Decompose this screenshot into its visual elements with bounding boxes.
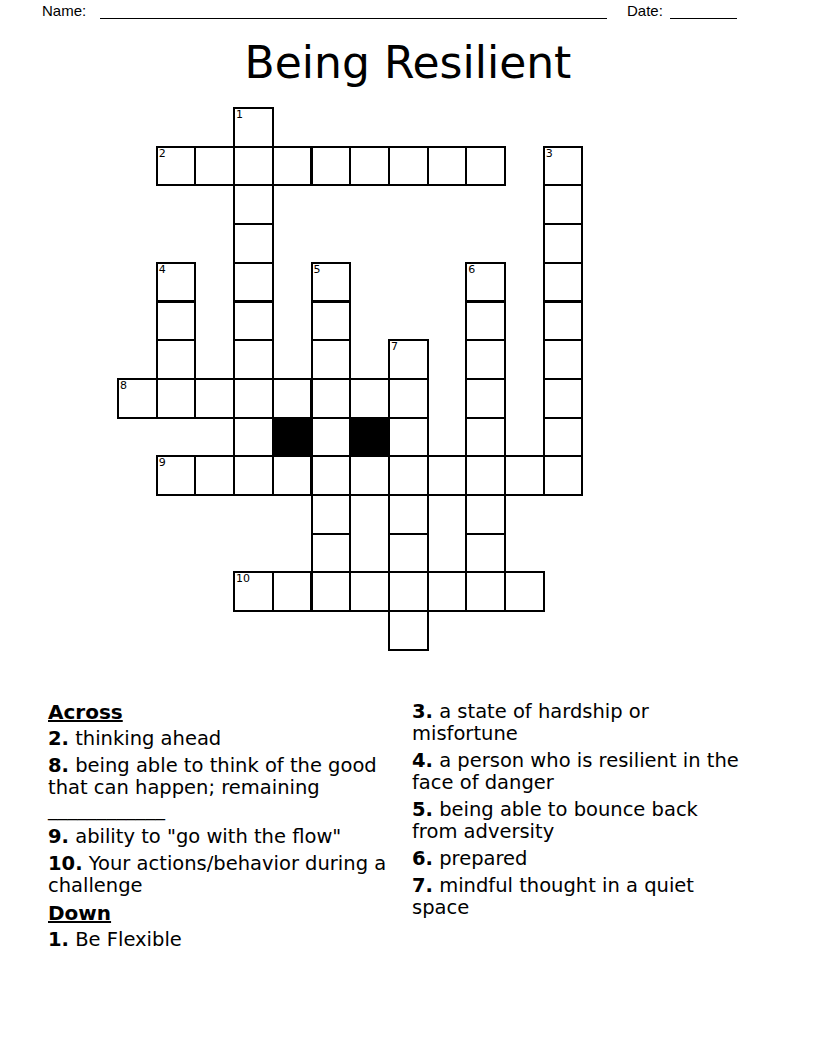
clue-number: 3. <box>412 700 433 723</box>
clue-item: 10. Your actions/behavior during a chall… <box>48 853 400 897</box>
grid-clue-number: 3 <box>546 148 553 160</box>
answer-cell[interactable] <box>388 417 429 458</box>
down-heading: Down <box>48 902 400 924</box>
clue-number: 7. <box>412 874 433 897</box>
answer-cell[interactable]: 9 <box>156 455 197 496</box>
answer-cell[interactable]: 7 <box>388 339 429 380</box>
clue-number: 4. <box>412 749 433 772</box>
answer-cell[interactable] <box>233 339 274 380</box>
answer-cell[interactable] <box>465 494 506 535</box>
date-label: Date: <box>627 2 663 19</box>
answer-cell[interactable] <box>311 378 352 419</box>
answer-cell[interactable] <box>233 455 274 496</box>
clue-number: 10. <box>48 852 83 875</box>
answer-cell[interactable] <box>388 610 429 651</box>
name-line[interactable] <box>100 18 607 19</box>
answer-cell[interactable]: 6 <box>465 262 506 303</box>
name-label: Name: <box>42 2 86 19</box>
answer-cell[interactable] <box>543 339 584 380</box>
answer-cell[interactable] <box>311 301 352 342</box>
answer-cell[interactable]: 10 <box>233 571 274 612</box>
clue-item: 8. being able to think of the good that … <box>48 755 400 821</box>
answer-cell[interactable] <box>156 339 197 380</box>
answer-cell[interactable] <box>311 417 352 458</box>
clue-item: 6. prepared <box>412 848 746 870</box>
grid-clue-number: 7 <box>391 341 398 353</box>
answer-cell[interactable]: 8 <box>117 378 158 419</box>
answer-cell[interactable] <box>311 339 352 380</box>
answer-cell[interactable] <box>194 146 235 187</box>
answer-cell[interactable] <box>311 494 352 535</box>
grid-clue-number: 2 <box>159 148 166 160</box>
answer-cell[interactable] <box>465 533 506 574</box>
clue-item: 4. a person who is resilient in the face… <box>412 750 746 794</box>
answer-cell[interactable] <box>156 301 197 342</box>
answer-cell[interactable] <box>194 378 235 419</box>
answer-cell[interactable] <box>427 455 468 496</box>
clue-item: 7. mindful thought in a quiet space <box>412 875 746 919</box>
answer-cell[interactable] <box>543 184 584 225</box>
answer-cell[interactable] <box>427 571 468 612</box>
answer-cell[interactable] <box>543 455 584 496</box>
answer-cell[interactable] <box>233 223 274 264</box>
answer-cell[interactable] <box>349 378 390 419</box>
clue-number: 1. <box>48 928 69 951</box>
clue-item: 1. Be Flexible <box>48 929 400 951</box>
answer-cell[interactable] <box>465 301 506 342</box>
answer-cell[interactable]: 4 <box>156 262 197 303</box>
answer-cell[interactable]: 1 <box>233 107 274 148</box>
grid-clue-number: 9 <box>159 457 166 469</box>
clue-number: 2. <box>48 727 69 750</box>
clues-left-column: Across2. thinking ahead8. being able to … <box>48 701 400 956</box>
black-cell <box>349 417 390 458</box>
grid-clue-number: 4 <box>159 264 166 276</box>
answer-cell[interactable] <box>349 455 390 496</box>
worksheet-title: Being Resilient <box>0 37 816 88</box>
answer-cell[interactable] <box>504 571 545 612</box>
answer-cell[interactable] <box>543 301 584 342</box>
answer-cell[interactable] <box>233 262 274 303</box>
answer-cell[interactable] <box>311 533 352 574</box>
clue-number: 6. <box>412 847 433 870</box>
clues-right-column: 3. a state of hardship or misfortune4. a… <box>412 701 746 924</box>
grid-clue-number: 1 <box>236 109 243 121</box>
crossword-grid: 12345678910 <box>117 107 585 652</box>
clue-item: 5. being able to bounce back from advers… <box>412 799 746 843</box>
answer-cell[interactable] <box>233 184 274 225</box>
clue-item: 2. thinking ahead <box>48 728 400 750</box>
answer-cell[interactable] <box>465 378 506 419</box>
grid-clue-number: 5 <box>314 264 321 276</box>
answer-cell[interactable] <box>272 571 313 612</box>
answer-cell[interactable] <box>465 146 506 187</box>
answer-cell[interactable] <box>465 417 506 458</box>
answer-cell[interactable] <box>194 455 235 496</box>
answer-cell[interactable] <box>311 455 352 496</box>
answer-cell[interactable]: 2 <box>156 146 197 187</box>
answer-cell[interactable] <box>311 571 352 612</box>
answer-cell[interactable]: 5 <box>311 262 352 303</box>
answer-cell[interactable] <box>465 455 506 496</box>
clue-number: 8. <box>48 754 69 777</box>
answer-cell[interactable] <box>272 455 313 496</box>
answer-cell[interactable] <box>543 378 584 419</box>
answer-cell[interactable] <box>388 494 429 535</box>
answer-cell[interactable] <box>388 571 429 612</box>
answer-cell[interactable] <box>543 262 584 303</box>
answer-cell[interactable] <box>233 378 274 419</box>
answer-cell[interactable] <box>233 146 274 187</box>
answer-cell[interactable] <box>543 223 584 264</box>
answer-cell[interactable] <box>349 571 390 612</box>
clue-item: 3. a state of hardship or misfortune <box>412 701 746 745</box>
date-line[interactable] <box>670 18 737 19</box>
across-heading: Across <box>48 701 400 723</box>
answer-cell[interactable]: 3 <box>543 146 584 187</box>
answer-cell[interactable] <box>388 533 429 574</box>
answer-cell[interactable] <box>543 417 584 458</box>
answer-cell[interactable] <box>388 146 429 187</box>
answer-cell[interactable] <box>156 378 197 419</box>
answer-cell[interactable] <box>465 571 506 612</box>
answer-cell[interactable] <box>427 146 468 187</box>
answer-cell[interactable] <box>311 146 352 187</box>
clue-number: 5. <box>412 798 433 821</box>
grid-clue-number: 8 <box>120 380 127 392</box>
grid-clue-number: 10 <box>236 573 250 585</box>
answer-cell[interactable] <box>504 455 545 496</box>
answer-cell[interactable] <box>272 146 313 187</box>
black-cell <box>272 417 313 458</box>
answer-cell[interactable] <box>388 378 429 419</box>
answer-cell[interactable] <box>388 455 429 496</box>
clue-item: 9. ability to "go with the flow" <box>48 826 400 848</box>
answer-cell[interactable] <box>465 339 506 380</box>
answer-cell[interactable] <box>349 146 390 187</box>
clue-number: 9. <box>48 825 69 848</box>
answer-cell[interactable] <box>233 301 274 342</box>
answer-cell[interactable] <box>233 417 274 458</box>
grid-clue-number: 6 <box>468 264 475 276</box>
answer-cell[interactable] <box>272 378 313 419</box>
